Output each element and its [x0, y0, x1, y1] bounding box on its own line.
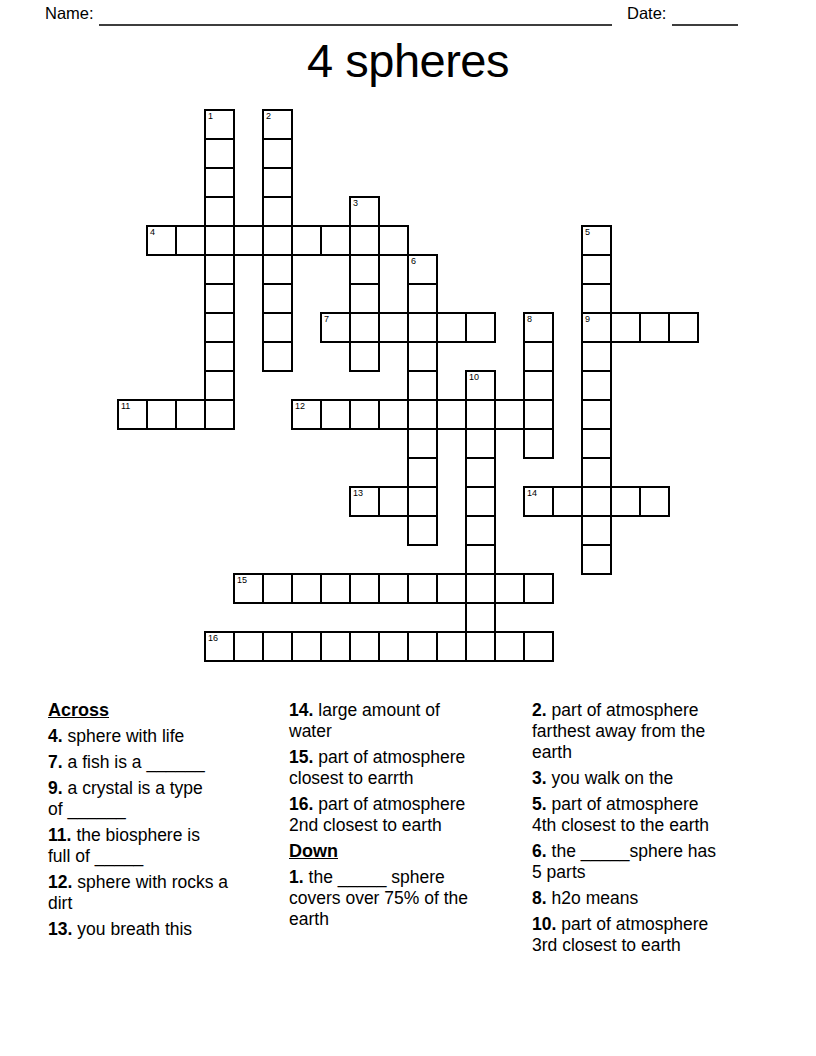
grid-cell[interactable] [465, 312, 496, 343]
name-field-line[interactable] [99, 24, 612, 26]
clue-text: h2o means [552, 888, 639, 908]
grid-cell[interactable] [291, 573, 322, 604]
clue-number: 9. [48, 778, 63, 798]
clue-text: a crystal is a type of ______ [48, 778, 203, 819]
grid-cell[interactable] [436, 631, 467, 662]
clue-number: 10. [532, 914, 556, 934]
grid-cell[interactable] [262, 573, 293, 604]
grid-cell[interactable] [262, 631, 293, 662]
grid-cell[interactable] [233, 631, 264, 662]
grid-cell[interactable] [378, 225, 409, 256]
grid-cell[interactable] [581, 370, 612, 401]
clue-number: 15. [289, 747, 313, 767]
date-label: Date: [627, 3, 666, 23]
grid-cell[interactable] [581, 283, 612, 314]
clue: 12.sphere with rocks a dirt [48, 872, 286, 914]
clue: 4.sphere with life [48, 726, 286, 747]
grid-cell[interactable]: 7 [320, 312, 351, 343]
clue-number: 1. [289, 867, 304, 887]
grid-cell[interactable] [233, 225, 264, 256]
grid-cell[interactable] [581, 254, 612, 285]
grid-cell[interactable] [523, 399, 554, 430]
grid-cell[interactable] [407, 399, 438, 430]
clue: 11.the biosphere is full of _____ [48, 825, 286, 867]
grid-cell[interactable] [407, 515, 438, 546]
grid-cell[interactable]: 12 [291, 399, 322, 430]
clue-text: you walk on the [552, 768, 674, 788]
grid-cell[interactable] [262, 138, 293, 169]
grid-cell[interactable] [494, 631, 525, 662]
grid-cell[interactable]: 15 [233, 573, 264, 604]
grid-cell[interactable] [639, 486, 670, 517]
grid-cell[interactable] [465, 631, 496, 662]
clue-text: the _____ sphere covers over 75% of the … [289, 867, 468, 929]
grid-cell[interactable] [378, 312, 409, 343]
grid-cell[interactable] [465, 428, 496, 459]
grid-cell[interactable] [262, 196, 293, 227]
grid-cell[interactable] [320, 225, 351, 256]
grid-cell[interactable] [291, 225, 322, 256]
clue-text: a fish is a ______ [68, 752, 205, 772]
cell-number: 8 [527, 314, 532, 325]
grid-cell[interactable]: 14 [523, 486, 554, 517]
clue: 15.part of atmosphere closest to earrth [289, 747, 527, 789]
grid-cell[interactable] [204, 167, 235, 198]
grid-cell[interactable] [320, 573, 351, 604]
cell-number: 1 [208, 111, 213, 122]
grid-cell[interactable] [349, 399, 380, 430]
grid-cell[interactable] [175, 399, 206, 430]
grid-cell[interactable] [204, 225, 235, 256]
grid-cell[interactable] [262, 312, 293, 343]
clue-number: 16. [289, 794, 313, 814]
cell-number: 7 [324, 314, 329, 325]
grid-cell[interactable]: 9 [581, 312, 612, 343]
cell-number: 2 [266, 111, 271, 122]
clue-number: 14. [289, 700, 313, 720]
grid-cell[interactable] [581, 457, 612, 488]
grid-cell[interactable] [349, 573, 380, 604]
clues-column-1: Across4.sphere with life7.a fish is a __… [48, 700, 286, 945]
clue-text: part of atmosphere farthest away from th… [532, 700, 705, 762]
grid-cell[interactable] [465, 457, 496, 488]
cell-number: 9 [585, 314, 590, 325]
clue-text: sphere with life [68, 726, 185, 746]
grid-cell[interactable] [581, 341, 612, 372]
clues-column-2: 14.large amount of water15.part of atmos… [289, 700, 527, 935]
grid-cell[interactable] [204, 138, 235, 169]
clue: 14.large amount of water [289, 700, 527, 742]
grid-cell[interactable] [262, 283, 293, 314]
grid-cell[interactable]: 13 [349, 486, 380, 517]
grid-cell[interactable] [349, 225, 380, 256]
grid-cell[interactable] [349, 341, 380, 372]
grid-cell[interactable] [407, 631, 438, 662]
clue-text: sphere with rocks a dirt [48, 872, 228, 913]
grid-cell[interactable] [465, 515, 496, 546]
cell-number: 15 [237, 575, 247, 586]
grid-cell[interactable] [320, 399, 351, 430]
clue-text: you breath this [77, 919, 192, 939]
grid-cell[interactable]: 6 [407, 254, 438, 285]
grid-cell[interactable] [378, 573, 409, 604]
grid-cell[interactable] [204, 399, 235, 430]
grid-cell[interactable] [378, 486, 409, 517]
grid-cell[interactable] [204, 341, 235, 372]
grid-cell[interactable]: 1 [204, 109, 235, 140]
cell-number: 10 [469, 372, 479, 383]
cell-number: 14 [527, 488, 537, 499]
clue-number: 11. [48, 825, 71, 845]
grid-cell[interactable] [465, 486, 496, 517]
clue-text: part of atmosphere 2nd closest to earth [289, 794, 465, 835]
clue: 9.a crystal is a type of ______ [48, 778, 286, 820]
clue-number: 6. [532, 841, 547, 861]
grid-cell[interactable] [407, 428, 438, 459]
grid-cell[interactable] [204, 254, 235, 285]
grid-cell[interactable] [262, 167, 293, 198]
clue: 6.the _____sphere has 5 parts [532, 841, 770, 883]
clue-number: 13. [48, 919, 72, 939]
grid-cell[interactable]: 8 [523, 312, 554, 343]
grid-cell[interactable] [407, 341, 438, 372]
grid-cell[interactable] [494, 573, 525, 604]
grid-cell[interactable]: 3 [349, 196, 380, 227]
grid-cell[interactable] [581, 515, 612, 546]
cell-number: 5 [585, 227, 590, 238]
cell-number: 16 [208, 633, 218, 644]
grid-cell[interactable] [407, 283, 438, 314]
cell-number: 4 [150, 227, 155, 238]
clue: 5.part of atmosphere 4th closest to the … [532, 794, 770, 836]
grid-cell[interactable] [204, 370, 235, 401]
clue-number: 7. [48, 752, 63, 772]
grid-cell[interactable] [204, 196, 235, 227]
grid-cell[interactable]: 2 [262, 109, 293, 140]
clue: 7.a fish is a ______ [48, 752, 286, 773]
grid-cell[interactable] [407, 486, 438, 517]
clue: 2.part of atmosphere farthest away from … [532, 700, 770, 763]
grid-cell[interactable] [204, 312, 235, 343]
grid-cell[interactable] [465, 399, 496, 430]
grid-cell[interactable] [320, 631, 351, 662]
cell-number: 13 [353, 488, 363, 499]
grid-cell[interactable] [610, 486, 641, 517]
grid-cell[interactable]: 10 [465, 370, 496, 401]
grid-cell[interactable] [262, 341, 293, 372]
crossword-grid: 12345678910111213141516 [117, 109, 699, 662]
name-label: Name: [45, 3, 94, 23]
grid-cell[interactable]: 16 [204, 631, 235, 662]
grid-cell[interactable] [407, 573, 438, 604]
grid-cell[interactable] [349, 283, 380, 314]
date-field-line[interactable] [672, 24, 738, 26]
grid-cell[interactable] [407, 457, 438, 488]
grid-cell[interactable] [407, 312, 438, 343]
grid-cell[interactable] [581, 544, 612, 575]
grid-cell[interactable] [581, 399, 612, 430]
grid-cell[interactable] [523, 370, 554, 401]
grid-cell[interactable] [349, 631, 380, 662]
grid-cell[interactable] [378, 399, 409, 430]
grid-cell[interactable] [581, 428, 612, 459]
cell-number: 6 [411, 256, 416, 267]
grid-cell[interactable]: 5 [581, 225, 612, 256]
grid-cell[interactable] [494, 399, 525, 430]
grid-cell[interactable] [146, 399, 177, 430]
cell-number: 3 [353, 198, 358, 209]
grid-cell[interactable] [349, 254, 380, 285]
grid-cell[interactable] [291, 631, 322, 662]
grid-cell[interactable] [552, 486, 583, 517]
grid-cell[interactable] [262, 225, 293, 256]
grid-cell[interactable] [204, 283, 235, 314]
grid-cell[interactable] [465, 602, 496, 633]
grid-cell[interactable] [523, 631, 554, 662]
grid-cell[interactable] [465, 544, 496, 575]
clue-text: the _____sphere has 5 parts [532, 841, 716, 882]
cell-number: 12 [295, 401, 305, 412]
grid-cell[interactable] [262, 254, 293, 285]
page-title: 4 spheres [0, 33, 816, 89]
clue: 10.part of atmosphere 3rd closest to ear… [532, 914, 770, 956]
grid-cell[interactable] [436, 573, 467, 604]
clue-number: 4. [48, 726, 63, 746]
grid-cell[interactable] [436, 312, 467, 343]
grid-cell[interactable]: 4 [146, 225, 177, 256]
grid-cell[interactable] [668, 312, 699, 343]
grid-cell[interactable] [639, 312, 670, 343]
grid-cell[interactable] [610, 312, 641, 343]
clue: 13.you breath this [48, 919, 286, 940]
grid-cell[interactable] [523, 341, 554, 372]
clues-column-3: 2.part of atmosphere farthest away from … [532, 700, 770, 961]
grid-cell[interactable] [436, 399, 467, 430]
clue-number: 2. [532, 700, 547, 720]
clue-number: 3. [532, 768, 547, 788]
clue: 8.h2o means [532, 888, 770, 909]
clue: 16.part of atmosphere 2nd closest to ear… [289, 794, 527, 836]
grid-cell[interactable] [581, 486, 612, 517]
grid-cell[interactable] [175, 225, 206, 256]
clue: 1.the _____ sphere covers over 75% of th… [289, 867, 527, 930]
grid-cell[interactable] [407, 370, 438, 401]
clue-text: part of atmosphere 4th closest to the ea… [532, 794, 709, 835]
grid-cell[interactable] [349, 312, 380, 343]
clue-number: 12. [48, 872, 72, 892]
across-heading: Across [48, 700, 286, 721]
cell-number: 11 [121, 401, 130, 412]
clue: 3.you walk on the [532, 768, 770, 789]
grid-cell[interactable] [523, 428, 554, 459]
grid-cell[interactable]: 11 [117, 399, 148, 430]
clue-number: 5. [532, 794, 547, 814]
grid-cell[interactable] [378, 631, 409, 662]
clue-text: part of atmosphere 3rd closest to earth [532, 914, 708, 955]
grid-cell[interactable] [465, 573, 496, 604]
down-heading: Down [289, 841, 527, 862]
clue-text: part of atmosphere closest to earrth [289, 747, 465, 788]
grid-cell[interactable] [523, 573, 554, 604]
clue-number: 8. [532, 888, 547, 908]
